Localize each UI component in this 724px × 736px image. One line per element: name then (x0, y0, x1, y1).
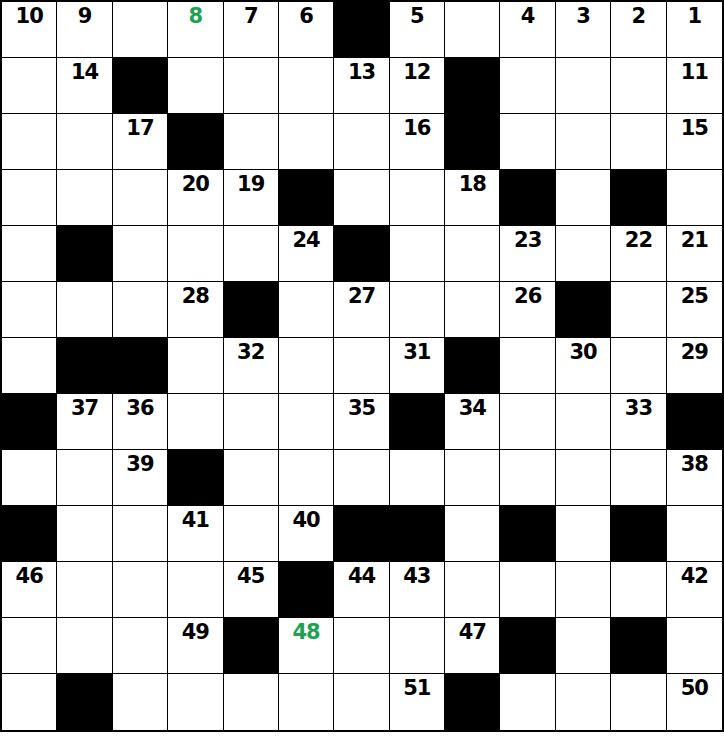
clue-number-1: 1 (667, 6, 722, 27)
clue-number-34: 34 (445, 398, 499, 419)
clue-number-48: 48 (279, 622, 333, 643)
cell-r7c8[interactable]: 31 (390, 338, 445, 394)
clue-number-15: 15 (667, 118, 722, 139)
cell-r8c11[interactable] (556, 394, 611, 450)
black-cell-r3c9 (445, 114, 500, 170)
cell-r2c8[interactable]: 12 (390, 58, 445, 114)
cell-r9c9[interactable] (445, 450, 500, 506)
clue-number-46: 46 (2, 566, 56, 587)
cell-r2c4[interactable] (168, 58, 223, 114)
black-cell-r5c7 (334, 226, 389, 282)
clue-number-44: 44 (334, 566, 388, 587)
clue-number-14: 14 (57, 62, 111, 83)
cell-r9c12[interactable] (611, 450, 666, 506)
cell-r12c9[interactable]: 47 (445, 618, 500, 674)
cell-r1c3[interactable] (113, 2, 168, 58)
cell-r2c7[interactable]: 13 (334, 58, 389, 114)
cell-r6c13[interactable]: 25 (667, 282, 722, 338)
black-cell-r4c10 (500, 170, 555, 226)
cell-r10c3[interactable] (113, 506, 168, 562)
cell-r7c13[interactable]: 29 (667, 338, 722, 394)
clue-number-29: 29 (667, 342, 722, 363)
cell-r1c10[interactable]: 4 (500, 2, 555, 58)
black-cell-r5c2 (57, 226, 112, 282)
clue-number-11: 11 (667, 62, 722, 83)
cell-r6c12[interactable] (611, 282, 666, 338)
cell-r12c13[interactable] (667, 618, 722, 674)
cell-r3c12[interactable] (611, 114, 666, 170)
clue-number-8: 8 (168, 6, 222, 27)
cell-r2c10[interactable] (500, 58, 555, 114)
cell-r8c9[interactable]: 34 (445, 394, 500, 450)
cell-r6c8[interactable] (390, 282, 445, 338)
clue-number-21: 21 (667, 230, 722, 251)
cell-r1c12[interactable]: 2 (611, 2, 666, 58)
cell-r10c5[interactable] (224, 506, 279, 562)
clue-number-13: 13 (334, 62, 388, 83)
black-cell-r11c6 (279, 562, 334, 618)
crossword-grid: 1098765432114131211171615201918242322212… (0, 0, 724, 732)
cell-r8c5[interactable] (224, 394, 279, 450)
cell-r11c10[interactable] (500, 562, 555, 618)
cell-r7c4[interactable] (168, 338, 223, 394)
cell-r1c11[interactable]: 3 (556, 2, 611, 58)
clue-number-19: 19 (224, 174, 278, 195)
cell-r1c4[interactable]: 8 (168, 2, 223, 58)
cell-r7c6[interactable] (279, 338, 334, 394)
cell-r13c3[interactable] (113, 674, 168, 730)
cell-r4c4[interactable]: 20 (168, 170, 223, 226)
black-cell-r10c10 (500, 506, 555, 562)
clue-number-43: 43 (390, 566, 444, 587)
cell-r7c12[interactable] (611, 338, 666, 394)
cell-r3c11[interactable] (556, 114, 611, 170)
cell-r12c2[interactable] (57, 618, 112, 674)
cell-r11c8[interactable]: 43 (390, 562, 445, 618)
cell-r10c11[interactable] (556, 506, 611, 562)
black-cell-r8c8 (390, 394, 445, 450)
black-cell-r10c8 (390, 506, 445, 562)
cell-r6c4[interactable]: 28 (168, 282, 223, 338)
cell-r5c11[interactable] (556, 226, 611, 282)
clue-number-9: 9 (57, 6, 111, 27)
black-cell-r8c1 (2, 394, 57, 450)
clue-number-4: 4 (500, 6, 554, 27)
clue-number-7: 7 (224, 6, 278, 27)
black-cell-r8c13 (667, 394, 722, 450)
cell-r1c8[interactable]: 5 (390, 2, 445, 58)
cell-r12c6[interactable]: 48 (279, 618, 334, 674)
clue-number-6: 6 (279, 6, 333, 27)
cell-r1c13[interactable]: 1 (667, 2, 722, 58)
clue-number-30: 30 (556, 342, 610, 363)
cell-r4c9[interactable]: 18 (445, 170, 500, 226)
clue-number-49: 49 (168, 622, 222, 643)
black-cell-r12c10 (500, 618, 555, 674)
cell-r13c4[interactable] (168, 674, 223, 730)
cell-r1c1[interactable]: 10 (2, 2, 57, 58)
cell-r1c9[interactable] (445, 2, 500, 58)
cell-r10c9[interactable] (445, 506, 500, 562)
cell-r13c6[interactable] (279, 674, 334, 730)
cell-r2c2[interactable]: 14 (57, 58, 112, 114)
cell-r3c5[interactable] (224, 114, 279, 170)
cell-r13c8[interactable]: 51 (390, 674, 445, 730)
cell-r7c7[interactable] (334, 338, 389, 394)
cell-r3c7[interactable] (334, 114, 389, 170)
cell-r5c6[interactable]: 24 (279, 226, 334, 282)
cell-r9c3[interactable]: 39 (113, 450, 168, 506)
cell-r11c1[interactable]: 46 (2, 562, 57, 618)
cell-r12c11[interactable] (556, 618, 611, 674)
black-cell-r6c11 (556, 282, 611, 338)
cell-r5c8[interactable] (390, 226, 445, 282)
cell-r5c5[interactable] (224, 226, 279, 282)
cell-r13c10[interactable] (500, 674, 555, 730)
cell-r7c1[interactable] (2, 338, 57, 394)
cell-r3c13[interactable]: 15 (667, 114, 722, 170)
cell-r9c5[interactable] (224, 450, 279, 506)
cell-r5c10[interactable]: 23 (500, 226, 555, 282)
black-cell-r10c7 (334, 506, 389, 562)
black-cell-r13c9 (445, 674, 500, 730)
cell-r2c5[interactable] (224, 58, 279, 114)
cell-r3c2[interactable] (57, 114, 112, 170)
cell-r6c7[interactable]: 27 (334, 282, 389, 338)
clue-number-17: 17 (113, 118, 167, 139)
clue-number-2: 2 (611, 6, 665, 27)
cell-r11c3[interactable] (113, 562, 168, 618)
cell-r11c5[interactable]: 45 (224, 562, 279, 618)
cell-r8c4[interactable] (168, 394, 223, 450)
cell-r10c2[interactable] (57, 506, 112, 562)
cell-r9c13[interactable]: 38 (667, 450, 722, 506)
black-cell-r3c4 (168, 114, 223, 170)
cell-r13c5[interactable] (224, 674, 279, 730)
cell-r4c2[interactable] (57, 170, 112, 226)
cell-r4c3[interactable] (113, 170, 168, 226)
cell-r1c6[interactable]: 6 (279, 2, 334, 58)
clue-number-5: 5 (390, 6, 444, 27)
black-cell-r4c6 (279, 170, 334, 226)
cell-r13c12[interactable] (611, 674, 666, 730)
cell-r9c10[interactable] (500, 450, 555, 506)
cell-r3c8[interactable]: 16 (390, 114, 445, 170)
cell-r5c9[interactable] (445, 226, 500, 282)
clue-number-22: 22 (611, 230, 665, 251)
black-cell-r12c12 (611, 618, 666, 674)
cell-r10c4[interactable]: 41 (168, 506, 223, 562)
cell-r3c6[interactable] (279, 114, 334, 170)
clue-number-10: 10 (2, 6, 56, 27)
cell-r11c11[interactable] (556, 562, 611, 618)
cell-r11c12[interactable] (611, 562, 666, 618)
clue-number-42: 42 (667, 566, 722, 587)
cell-r7c10[interactable] (500, 338, 555, 394)
cell-r11c7[interactable]: 44 (334, 562, 389, 618)
black-cell-r7c3 (113, 338, 168, 394)
clue-number-25: 25 (667, 286, 722, 307)
cell-r4c1[interactable] (2, 170, 57, 226)
black-cell-r1c7 (334, 2, 389, 58)
black-cell-r13c2 (57, 674, 112, 730)
clue-number-39: 39 (113, 454, 167, 475)
black-cell-r7c2 (57, 338, 112, 394)
cell-r8c6[interactable] (279, 394, 334, 450)
clue-number-33: 33 (611, 398, 665, 419)
clue-number-35: 35 (334, 398, 388, 419)
cell-r1c5[interactable]: 7 (224, 2, 279, 58)
cell-r9c2[interactable] (57, 450, 112, 506)
cell-r10c6[interactable]: 40 (279, 506, 334, 562)
clue-number-32: 32 (224, 342, 278, 363)
cell-r6c6[interactable] (279, 282, 334, 338)
cell-r2c12[interactable] (611, 58, 666, 114)
black-cell-r10c1 (2, 506, 57, 562)
cell-r6c9[interactable] (445, 282, 500, 338)
black-cell-r9c4 (168, 450, 223, 506)
cell-r1c2[interactable]: 9 (57, 2, 112, 58)
cell-r4c13[interactable] (667, 170, 722, 226)
cell-r9c6[interactable] (279, 450, 334, 506)
cell-r13c1[interactable] (2, 674, 57, 730)
cell-r9c8[interactable] (390, 450, 445, 506)
cell-r8c10[interactable] (500, 394, 555, 450)
cell-r5c4[interactable] (168, 226, 223, 282)
clue-number-27: 27 (334, 286, 388, 307)
cell-r3c3[interactable]: 17 (113, 114, 168, 170)
cell-r11c9[interactable] (445, 562, 500, 618)
cell-r12c4[interactable]: 49 (168, 618, 223, 674)
cell-r4c11[interactable] (556, 170, 611, 226)
black-cell-r2c3 (113, 58, 168, 114)
cell-r2c6[interactable] (279, 58, 334, 114)
black-cell-r4c12 (611, 170, 666, 226)
cell-r11c2[interactable] (57, 562, 112, 618)
cell-r12c8[interactable] (390, 618, 445, 674)
cell-r2c11[interactable] (556, 58, 611, 114)
cell-r8c3[interactable]: 36 (113, 394, 168, 450)
cell-r3c1[interactable] (2, 114, 57, 170)
clue-number-23: 23 (500, 230, 554, 251)
cell-r6c3[interactable] (113, 282, 168, 338)
cell-r6c2[interactable] (57, 282, 112, 338)
black-cell-r10c12 (611, 506, 666, 562)
clue-number-31: 31 (390, 342, 444, 363)
cell-r12c7[interactable] (334, 618, 389, 674)
cell-r4c8[interactable] (390, 170, 445, 226)
clue-number-12: 12 (390, 62, 444, 83)
clue-number-3: 3 (556, 6, 610, 27)
cell-r3c10[interactable] (500, 114, 555, 170)
cell-r9c1[interactable] (2, 450, 57, 506)
clue-number-41: 41 (168, 510, 222, 531)
clue-number-40: 40 (279, 510, 333, 531)
clue-number-38: 38 (667, 454, 722, 475)
cell-r5c12[interactable]: 22 (611, 226, 666, 282)
cell-r9c7[interactable] (334, 450, 389, 506)
cell-r13c13[interactable]: 50 (667, 674, 722, 730)
cell-r11c13[interactable]: 42 (667, 562, 722, 618)
cell-r13c11[interactable] (556, 674, 611, 730)
black-cell-r12c5 (224, 618, 279, 674)
cell-r8c2[interactable]: 37 (57, 394, 112, 450)
clue-number-50: 50 (667, 678, 722, 699)
clue-number-18: 18 (445, 174, 499, 195)
black-cell-r2c9 (445, 58, 500, 114)
cell-r5c13[interactable]: 21 (667, 226, 722, 282)
black-cell-r6c5 (224, 282, 279, 338)
cell-r13c7[interactable] (334, 674, 389, 730)
cell-r7c5[interactable]: 32 (224, 338, 279, 394)
cell-r10c13[interactable] (667, 506, 722, 562)
cell-r5c3[interactable] (113, 226, 168, 282)
clue-number-26: 26 (500, 286, 554, 307)
cell-r5c1[interactable] (2, 226, 57, 282)
cell-r12c1[interactable] (2, 618, 57, 674)
clue-number-47: 47 (445, 622, 499, 643)
cell-r12c3[interactable] (113, 618, 168, 674)
clue-number-45: 45 (224, 566, 278, 587)
clue-number-37: 37 (57, 398, 111, 419)
clue-number-24: 24 (279, 230, 333, 251)
clue-number-28: 28 (168, 286, 222, 307)
cell-r7c11[interactable]: 30 (556, 338, 611, 394)
cell-r9c11[interactable] (556, 450, 611, 506)
cell-r2c13[interactable]: 11 (667, 58, 722, 114)
black-cell-r7c9 (445, 338, 500, 394)
clue-number-36: 36 (113, 398, 167, 419)
cell-r4c7[interactable] (334, 170, 389, 226)
cell-r6c1[interactable] (2, 282, 57, 338)
cell-r2c1[interactable] (2, 58, 57, 114)
cell-r8c7[interactable]: 35 (334, 394, 389, 450)
cell-r11c4[interactable] (168, 562, 223, 618)
cell-r6c10[interactable]: 26 (500, 282, 555, 338)
cell-r8c12[interactable]: 33 (611, 394, 666, 450)
clue-number-51: 51 (390, 678, 444, 699)
clue-number-20: 20 (168, 174, 222, 195)
clue-number-16: 16 (390, 118, 444, 139)
cell-r4c5[interactable]: 19 (224, 170, 279, 226)
